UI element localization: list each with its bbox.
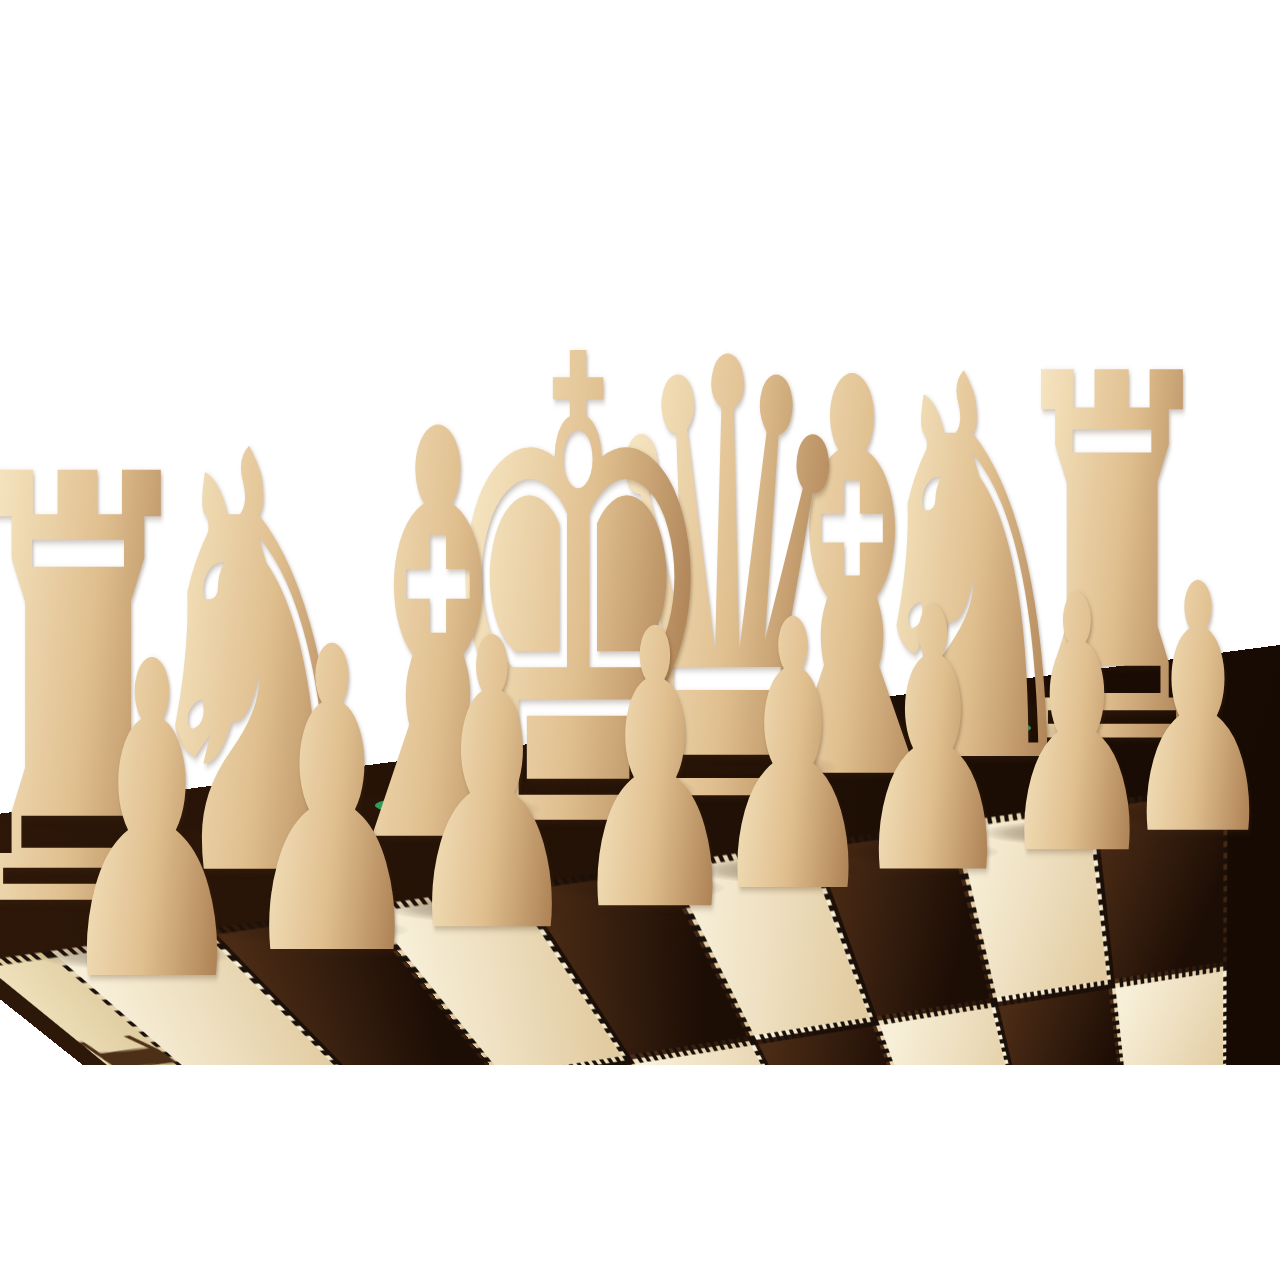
white-pawn-b2-glyph: ♟ — [998, 551, 1156, 903]
white-pawn-f2-glyph: ♟ — [402, 588, 581, 988]
white-pawn-g2-glyph: ♟ — [238, 595, 426, 1014]
white-pawn-e2-glyph: ♟ — [569, 581, 741, 965]
white-pawn-c2-glyph: ♟ — [852, 563, 1014, 925]
pieces-layer: ♜♞♝♚♛♝♞♜♟♟♟♟♟♟♟♟ — [0, 0, 1280, 1065]
white-pawn-h2-glyph: ♟ — [54, 607, 249, 1042]
product-photo: 12345678 ♜♞♝♚♛♝♞♜♟♟♟♟♟♟♟♟ — [0, 0, 1280, 1065]
